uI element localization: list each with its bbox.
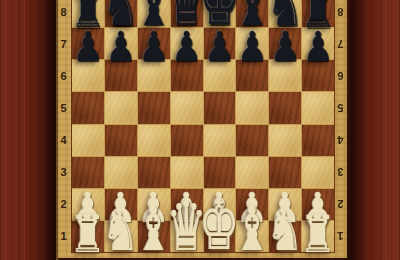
square-h1[interactable]: ♜ — [302, 221, 334, 252]
piece-black-pawn-a7[interactable]: ♟ — [73, 26, 103, 67]
piece-white-knight-b1[interactable]: ♞ — [102, 203, 139, 260]
square-g5[interactable] — [269, 92, 301, 123]
rank-label-5: 5 — [333, 92, 348, 124]
board-grid: ♜♞♝♛♚♝♞♜♟♟♟♟♟♟♟♟♟♟♟♟♟♟♟♟♜♞♝♛♚♝♞♜ — [71, 0, 335, 253]
piece-black-pawn-g7[interactable]: ♟ — [270, 26, 300, 67]
square-e5[interactable] — [204, 92, 236, 123]
square-f4[interactable] — [236, 125, 268, 156]
square-d7[interactable]: ♟ — [171, 28, 203, 59]
square-h4[interactable] — [302, 125, 334, 156]
square-a4[interactable] — [72, 125, 104, 156]
piece-white-rook-h1[interactable]: ♜ — [300, 209, 336, 260]
square-a7[interactable]: ♟ — [72, 28, 104, 59]
square-e4[interactable] — [204, 125, 236, 156]
rank-label-8: 8 — [56, 0, 71, 28]
piece-black-pawn-d7[interactable]: ♟ — [171, 26, 201, 67]
rank-label-4: 4 — [333, 124, 348, 156]
piece-white-bishop-f1[interactable]: ♝ — [233, 199, 271, 260]
piece-black-pawn-f7[interactable]: ♟ — [237, 26, 267, 67]
square-f5[interactable] — [236, 92, 268, 123]
square-a5[interactable] — [72, 92, 104, 123]
rank-label-5: 5 — [56, 92, 71, 124]
piece-black-pawn-h7[interactable]: ♟ — [303, 26, 333, 67]
square-c1[interactable]: ♝ — [138, 221, 170, 252]
square-h7[interactable]: ♟ — [302, 28, 334, 59]
square-d1[interactable]: ♛ — [171, 221, 203, 252]
rank-labels-left: 87654321 — [56, 0, 71, 252]
rank-label-4: 4 — [56, 124, 71, 156]
square-g7[interactable]: ♟ — [269, 28, 301, 59]
square-d4[interactable] — [171, 125, 203, 156]
square-g1[interactable]: ♞ — [269, 221, 301, 252]
square-b1[interactable]: ♞ — [105, 221, 137, 252]
rank-label-7: 7 — [56, 28, 71, 60]
square-f1[interactable]: ♝ — [236, 221, 268, 252]
rank-label-1: 1 — [56, 220, 71, 252]
square-b4[interactable] — [105, 125, 137, 156]
square-c4[interactable] — [138, 125, 170, 156]
piece-black-pawn-e7[interactable]: ♟ — [204, 26, 234, 67]
square-a1[interactable]: ♜ — [72, 221, 104, 252]
rank-label-2: 2 — [56, 188, 71, 220]
square-e7[interactable]: ♟ — [204, 28, 236, 59]
piece-white-knight-g1[interactable]: ♞ — [267, 203, 304, 260]
square-c7[interactable]: ♟ — [138, 28, 170, 59]
piece-black-pawn-c7[interactable]: ♟ — [138, 26, 168, 67]
rank-label-3: 3 — [56, 156, 71, 188]
square-h5[interactable] — [302, 92, 334, 123]
square-b5[interactable] — [105, 92, 137, 123]
square-d5[interactable] — [171, 92, 203, 123]
square-b7[interactable]: ♟ — [105, 28, 137, 59]
rank-label-6: 6 — [56, 60, 71, 92]
square-c5[interactable] — [138, 92, 170, 123]
piece-black-pawn-b7[interactable]: ♟ — [106, 26, 136, 67]
rank-label-3: 3 — [333, 156, 348, 188]
rank-label-6: 6 — [333, 60, 348, 92]
square-g4[interactable] — [269, 125, 301, 156]
square-e1[interactable]: ♚ — [204, 221, 236, 252]
square-f7[interactable]: ♟ — [236, 28, 268, 59]
chess-board: 87654321 87654321 ♜♞♝♛♚♝♞♜♟♟♟♟♟♟♟♟♟♟♟♟♟♟… — [56, 0, 350, 260]
piece-white-rook-a1[interactable]: ♜ — [70, 209, 106, 260]
